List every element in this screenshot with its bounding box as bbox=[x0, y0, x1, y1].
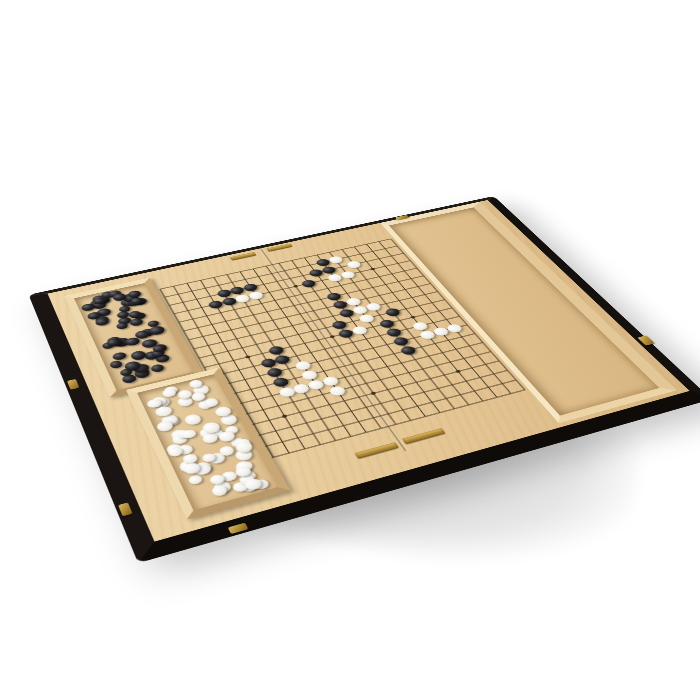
white-stone[interactable] bbox=[187, 474, 204, 485]
corner-bracket-icon bbox=[67, 379, 79, 390]
right-clasp-icon bbox=[637, 335, 654, 345]
white-stone[interactable] bbox=[183, 413, 203, 426]
corner-bracket-icon bbox=[228, 523, 249, 534]
black-stone[interactable] bbox=[150, 363, 166, 373]
corner-bracket-icon bbox=[118, 502, 133, 516]
black-stone[interactable] bbox=[111, 351, 127, 361]
product-photo-background bbox=[0, 0, 700, 700]
black-stone[interactable] bbox=[109, 360, 124, 369]
black-stone[interactable] bbox=[129, 350, 147, 361]
black-stone[interactable] bbox=[115, 322, 129, 331]
black-stone[interactable] bbox=[80, 303, 95, 312]
